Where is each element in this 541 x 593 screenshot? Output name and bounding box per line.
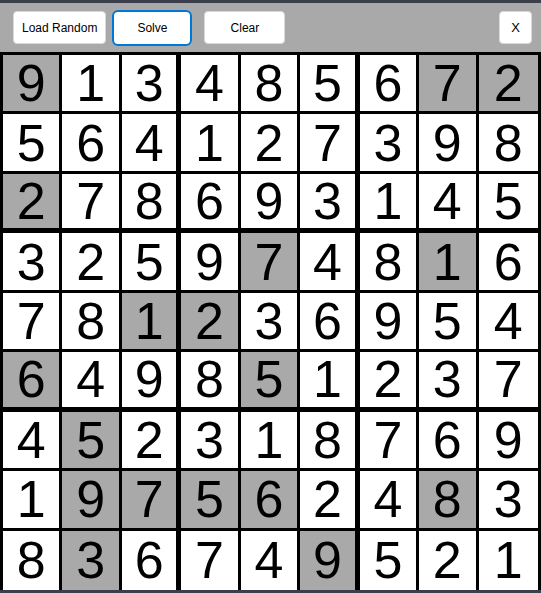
cell-r1c7[interactable]: 6 xyxy=(360,55,419,114)
cell-r5c2[interactable]: 8 xyxy=(62,293,121,352)
cell-r1c9[interactable]: 2 xyxy=(479,55,538,114)
cell-r2c6[interactable]: 7 xyxy=(300,114,359,173)
cell-r1c8[interactable]: 7 xyxy=(419,55,478,114)
cell-r3c6[interactable]: 3 xyxy=(300,174,359,233)
cell-r6c3[interactable]: 9 xyxy=(122,352,181,411)
cell-r2c4[interactable]: 1 xyxy=(181,114,240,173)
cell-r6c7[interactable]: 2 xyxy=(360,352,419,411)
cell-r3c3[interactable]: 8 xyxy=(122,174,181,233)
sudoku-window: Load Random Solve Clear X 91348567256412… xyxy=(0,0,541,593)
cell-r7c6[interactable]: 8 xyxy=(300,412,359,471)
cell-r9c5[interactable]: 4 xyxy=(241,531,300,590)
cell-r3c1[interactable]: 2 xyxy=(3,174,62,233)
cell-r9c7[interactable]: 5 xyxy=(360,531,419,590)
cell-r1c5[interactable]: 8 xyxy=(241,55,300,114)
cell-r4c1[interactable]: 3 xyxy=(3,233,62,292)
cell-r8c8[interactable]: 8 xyxy=(419,471,478,530)
cell-r4c3[interactable]: 5 xyxy=(122,233,181,292)
cell-r2c1[interactable]: 5 xyxy=(3,114,62,173)
cell-r3c2[interactable]: 7 xyxy=(62,174,121,233)
cell-r8c6[interactable]: 2 xyxy=(300,471,359,530)
cell-r7c4[interactable]: 3 xyxy=(181,412,240,471)
cell-r3c8[interactable]: 4 xyxy=(419,174,478,233)
cell-r5c3[interactable]: 1 xyxy=(122,293,181,352)
cell-r9c6[interactable]: 9 xyxy=(300,531,359,590)
cell-r8c9[interactable]: 3 xyxy=(479,471,538,530)
cell-r9c1[interactable]: 8 xyxy=(3,531,62,590)
cell-r4c7[interactable]: 8 xyxy=(360,233,419,292)
cell-r6c1[interactable]: 6 xyxy=(3,352,62,411)
cell-r9c2[interactable]: 3 xyxy=(62,531,121,590)
cell-r2c5[interactable]: 2 xyxy=(241,114,300,173)
cell-r5c6[interactable]: 6 xyxy=(300,293,359,352)
cell-r2c2[interactable]: 6 xyxy=(62,114,121,173)
cell-r2c3[interactable]: 4 xyxy=(122,114,181,173)
cell-r7c9[interactable]: 9 xyxy=(479,412,538,471)
toolbar: Load Random Solve Clear X xyxy=(0,3,541,52)
cell-r6c9[interactable]: 7 xyxy=(479,352,538,411)
cell-r9c9[interactable]: 1 xyxy=(479,531,538,590)
cell-r9c8[interactable]: 2 xyxy=(419,531,478,590)
cell-r7c2[interactable]: 5 xyxy=(62,412,121,471)
cell-r5c8[interactable]: 5 xyxy=(419,293,478,352)
cell-r7c5[interactable]: 1 xyxy=(241,412,300,471)
sudoku-board: 9134856725641273982786931453259748167812… xyxy=(0,52,541,593)
cell-r5c9[interactable]: 4 xyxy=(479,293,538,352)
cell-r7c1[interactable]: 4 xyxy=(3,412,62,471)
cell-r5c4[interactable]: 2 xyxy=(181,293,240,352)
cell-r4c4[interactable]: 9 xyxy=(181,233,240,292)
cell-r4c9[interactable]: 6 xyxy=(479,233,538,292)
cell-r9c3[interactable]: 6 xyxy=(122,531,181,590)
clear-button[interactable]: Clear xyxy=(204,11,285,44)
cell-r1c3[interactable]: 3 xyxy=(122,55,181,114)
cell-r7c7[interactable]: 7 xyxy=(360,412,419,471)
load-random-button[interactable]: Load Random xyxy=(13,11,106,44)
cell-r6c4[interactable]: 8 xyxy=(181,352,240,411)
cell-r6c8[interactable]: 3 xyxy=(419,352,478,411)
cell-r1c1[interactable]: 9 xyxy=(3,55,62,114)
cell-r8c2[interactable]: 9 xyxy=(62,471,121,530)
cell-r8c4[interactable]: 5 xyxy=(181,471,240,530)
cell-r7c3[interactable]: 2 xyxy=(122,412,181,471)
cell-r4c5[interactable]: 7 xyxy=(241,233,300,292)
cell-r8c1[interactable]: 1 xyxy=(3,471,62,530)
cell-r3c7[interactable]: 1 xyxy=(360,174,419,233)
cell-r6c5[interactable]: 5 xyxy=(241,352,300,411)
cell-r4c2[interactable]: 2 xyxy=(62,233,121,292)
cell-r5c5[interactable]: 3 xyxy=(241,293,300,352)
close-button[interactable]: X xyxy=(499,11,532,44)
cell-r7c8[interactable]: 6 xyxy=(419,412,478,471)
cell-r6c6[interactable]: 1 xyxy=(300,352,359,411)
cell-r8c3[interactable]: 7 xyxy=(122,471,181,530)
cell-r2c7[interactable]: 3 xyxy=(360,114,419,173)
cell-r9c4[interactable]: 7 xyxy=(181,531,240,590)
cell-r2c8[interactable]: 9 xyxy=(419,114,478,173)
cell-r1c4[interactable]: 4 xyxy=(181,55,240,114)
cell-r5c7[interactable]: 9 xyxy=(360,293,419,352)
cell-r3c5[interactable]: 9 xyxy=(241,174,300,233)
cell-r8c5[interactable]: 6 xyxy=(241,471,300,530)
solve-button[interactable]: Solve xyxy=(112,10,192,46)
cell-r1c2[interactable]: 1 xyxy=(62,55,121,114)
cell-r4c8[interactable]: 1 xyxy=(419,233,478,292)
cell-r4c6[interactable]: 4 xyxy=(300,233,359,292)
cell-r6c2[interactable]: 4 xyxy=(62,352,121,411)
cell-r3c4[interactable]: 6 xyxy=(181,174,240,233)
cell-r5c1[interactable]: 7 xyxy=(3,293,62,352)
cell-r1c6[interactable]: 5 xyxy=(300,55,359,114)
cell-r2c9[interactable]: 8 xyxy=(479,114,538,173)
cell-r8c7[interactable]: 4 xyxy=(360,471,419,530)
cell-r3c9[interactable]: 5 xyxy=(479,174,538,233)
